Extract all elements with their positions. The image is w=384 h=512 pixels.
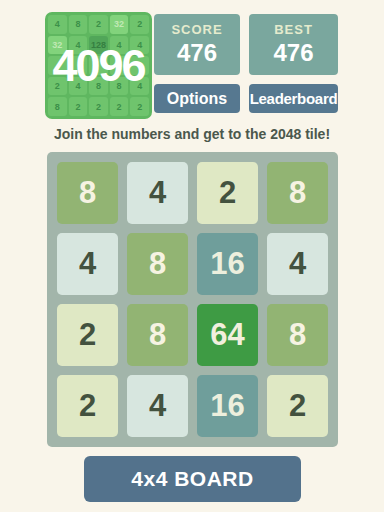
score-value: 476 (177, 39, 217, 67)
tile-8: 8 (127, 304, 188, 366)
tile-4: 4 (127, 162, 188, 224)
tile-2: 2 (57, 304, 118, 366)
tile-2: 2 (267, 375, 328, 437)
leaderboard-button[interactable]: Leaderboard (249, 84, 338, 113)
tile-8: 8 (267, 304, 328, 366)
tile-2: 2 (57, 375, 118, 437)
tile-4: 4 (267, 233, 328, 295)
tile-64: 64 (197, 304, 258, 366)
game-board[interactable]: 8428481642864824162 (47, 152, 338, 447)
tile-4: 4 (127, 375, 188, 437)
tile-16: 16 (197, 233, 258, 295)
score-label: SCORE (171, 22, 222, 37)
board-size-button[interactable]: 4x4 BOARD (84, 456, 301, 502)
tile-8: 8 (57, 162, 118, 224)
tile-8: 8 (127, 233, 188, 295)
best-value: 476 (273, 39, 313, 67)
best-box: BEST 476 (249, 14, 338, 75)
tile-2: 2 (197, 162, 258, 224)
tile-8: 8 (267, 162, 328, 224)
tile-4: 4 (57, 233, 118, 295)
best-label: BEST (274, 22, 313, 37)
tile-16: 16 (197, 375, 258, 437)
options-button[interactable]: Options (154, 84, 240, 113)
app-logo: 482322324128442488482222 4096 (45, 12, 152, 119)
logo-big-label: 4096 (45, 12, 152, 119)
tagline: Join the numbers and get to the 2048 til… (0, 126, 384, 142)
score-box: SCORE 476 (154, 14, 240, 75)
